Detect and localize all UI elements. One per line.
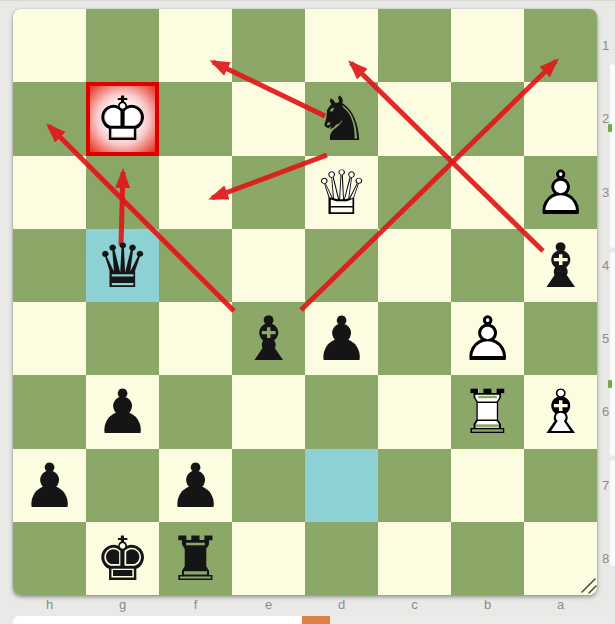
square-e1[interactable] xyxy=(232,9,305,82)
square-b5[interactable]: ♟♙ xyxy=(451,302,524,375)
scrollbar-thumb[interactable] xyxy=(302,616,330,624)
square-e8[interactable] xyxy=(232,522,305,595)
rank-label-2: 2 xyxy=(599,82,612,155)
rank-label-4: 4 xyxy=(599,229,612,302)
square-e3[interactable] xyxy=(232,156,305,229)
square-c8[interactable] xyxy=(378,522,451,595)
piece-white-bishop[interactable]: ♝♗ xyxy=(524,375,597,448)
file-label-e: e xyxy=(232,595,305,615)
square-b6[interactable]: ♜♖ xyxy=(451,375,524,448)
square-c6[interactable] xyxy=(378,375,451,448)
square-c1[interactable] xyxy=(378,9,451,82)
square-g2[interactable]: ♚♔ xyxy=(86,82,159,155)
file-label-b: b xyxy=(451,595,524,615)
square-e7[interactable] xyxy=(232,449,305,522)
square-c4[interactable] xyxy=(378,229,451,302)
square-h6[interactable] xyxy=(13,375,86,448)
piece-black-rook[interactable]: ♜ xyxy=(159,522,232,595)
square-f4[interactable] xyxy=(159,229,232,302)
piece-black-bishop[interactable]: ♝ xyxy=(524,229,597,302)
rank-labels: 12345678 xyxy=(599,9,612,595)
piece-black-pawn[interactable]: ♟ xyxy=(86,375,159,448)
square-d6[interactable] xyxy=(305,375,378,448)
square-d8[interactable] xyxy=(305,522,378,595)
square-c7[interactable] xyxy=(378,449,451,522)
piece-white-rook[interactable]: ♜♖ xyxy=(451,375,524,448)
piece-black-pawn[interactable]: ♟ xyxy=(159,449,232,522)
square-a1[interactable] xyxy=(524,9,597,82)
square-h2[interactable] xyxy=(13,82,86,155)
square-d7[interactable] xyxy=(305,449,378,522)
square-a2[interactable] xyxy=(524,82,597,155)
square-b4[interactable] xyxy=(451,229,524,302)
square-b3[interactable] xyxy=(451,156,524,229)
piece-black-knight[interactable]: ♞ xyxy=(305,82,378,155)
square-b7[interactable] xyxy=(451,449,524,522)
file-label-c: c xyxy=(378,595,451,615)
square-f5[interactable] xyxy=(159,302,232,375)
file-label-a: a xyxy=(524,595,597,615)
square-h1[interactable] xyxy=(13,9,86,82)
rank-label-7: 7 xyxy=(599,449,612,522)
piece-black-pawn[interactable]: ♟ xyxy=(13,449,86,522)
square-b1[interactable] xyxy=(451,9,524,82)
square-g6[interactable]: ♟ xyxy=(86,375,159,448)
file-label-f: f xyxy=(159,595,232,615)
file-label-h: h xyxy=(13,595,86,615)
square-f2[interactable] xyxy=(159,82,232,155)
square-g5[interactable] xyxy=(86,302,159,375)
chess-analysis-page: { "game": "chess", "orientation": "black… xyxy=(0,0,615,624)
square-a5[interactable] xyxy=(524,302,597,375)
square-a8[interactable] xyxy=(524,522,597,595)
scrollbar-track-right xyxy=(330,616,608,624)
square-g8[interactable]: ♚ xyxy=(86,522,159,595)
scrollbar-track-left xyxy=(13,616,302,624)
square-c3[interactable] xyxy=(378,156,451,229)
piece-black-pawn[interactable]: ♟ xyxy=(305,302,378,375)
square-e6[interactable] xyxy=(232,375,305,448)
square-f3[interactable] xyxy=(159,156,232,229)
board-grid: ♚♔♞♛♕♟♙♛♝♝♟♟♙♟♜♖♝♗♟♟♚♜ xyxy=(13,9,597,595)
chess-board: ♚♔♞♛♕♟♙♛♝♝♟♟♙♟♜♖♝♗♟♟♚♜ xyxy=(13,9,597,595)
piece-white-pawn[interactable]: ♟♙ xyxy=(524,156,597,229)
piece-white-queen[interactable]: ♛♕ xyxy=(305,156,378,229)
square-e4[interactable] xyxy=(232,229,305,302)
square-h8[interactable] xyxy=(13,522,86,595)
bottom-scrollbar xyxy=(13,616,608,624)
square-g1[interactable] xyxy=(86,9,159,82)
square-d1[interactable] xyxy=(305,9,378,82)
piece-black-king[interactable]: ♚ xyxy=(86,522,159,595)
square-d4[interactable] xyxy=(305,229,378,302)
square-f7[interactable]: ♟ xyxy=(159,449,232,522)
square-d5[interactable]: ♟ xyxy=(305,302,378,375)
piece-white-king[interactable]: ♚♔ xyxy=(86,82,159,155)
rank-label-8: 8 xyxy=(599,522,612,595)
square-f1[interactable] xyxy=(159,9,232,82)
square-g4[interactable]: ♛ xyxy=(86,229,159,302)
square-h3[interactable] xyxy=(13,156,86,229)
square-h5[interactable] xyxy=(13,302,86,375)
rank-label-3: 3 xyxy=(599,156,612,229)
square-e2[interactable] xyxy=(232,82,305,155)
square-a7[interactable] xyxy=(524,449,597,522)
square-a4[interactable]: ♝ xyxy=(524,229,597,302)
file-label-d: d xyxy=(305,595,378,615)
file-labels: hgfedcba xyxy=(13,595,597,615)
square-a6[interactable]: ♝♗ xyxy=(524,375,597,448)
square-d2[interactable]: ♞ xyxy=(305,82,378,155)
square-b2[interactable] xyxy=(451,82,524,155)
square-e5[interactable]: ♝ xyxy=(232,302,305,375)
square-f6[interactable] xyxy=(159,375,232,448)
square-c2[interactable] xyxy=(378,82,451,155)
square-g3[interactable] xyxy=(86,156,159,229)
piece-black-queen[interactable]: ♛ xyxy=(86,229,159,302)
file-label-g: g xyxy=(86,595,159,615)
square-h7[interactable]: ♟ xyxy=(13,449,86,522)
window-top-edge xyxy=(0,0,615,1)
square-b8[interactable] xyxy=(451,522,524,595)
piece-black-bishop[interactable]: ♝ xyxy=(232,302,305,375)
square-h4[interactable] xyxy=(13,229,86,302)
square-f8[interactable]: ♜ xyxy=(159,522,232,595)
square-c5[interactable] xyxy=(378,302,451,375)
square-d3[interactable]: ♛♕ xyxy=(305,156,378,229)
rank-label-1: 1 xyxy=(599,9,612,82)
piece-white-pawn[interactable]: ♟♙ xyxy=(451,302,524,375)
square-g7[interactable] xyxy=(86,449,159,522)
square-a3[interactable]: ♟♙ xyxy=(524,156,597,229)
rank-label-6: 6 xyxy=(599,375,612,448)
rank-label-5: 5 xyxy=(599,302,612,375)
